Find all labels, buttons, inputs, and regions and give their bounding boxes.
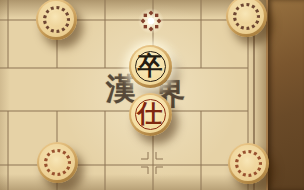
hidden-piece-bottom-right[interactable] bbox=[228, 143, 269, 184]
piece-glyph: 卒 bbox=[138, 53, 163, 78]
piece-glyph: 仕 bbox=[138, 101, 163, 126]
hidden-piece-top-right[interactable] bbox=[226, 0, 267, 37]
piece-black-soldier[interactable]: 卒 bbox=[129, 45, 172, 88]
piece-red-advisor[interactable]: 仕 bbox=[129, 93, 172, 136]
hidden-piece-bottom-left[interactable] bbox=[37, 142, 78, 183]
hidden-piece-top-left[interactable] bbox=[36, 0, 77, 40]
xiangqi-board[interactable]: 漢 界 卒仕 bbox=[0, 0, 304, 190]
pieces-layer: 卒仕 bbox=[0, 0, 304, 190]
